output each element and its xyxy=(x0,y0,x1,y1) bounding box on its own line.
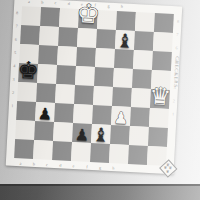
square-b8 xyxy=(40,7,60,27)
rank-label: 8 xyxy=(175,14,181,28)
file-label: h xyxy=(107,166,121,172)
logo-crowns: ♛ ♛ ♛ ♛ xyxy=(158,159,177,178)
file-label: e xyxy=(67,164,81,170)
file-label: a xyxy=(14,161,28,167)
square-e5 xyxy=(94,67,114,87)
square-c5 xyxy=(56,65,76,85)
file-label: g xyxy=(102,3,116,9)
file-label: g xyxy=(93,165,107,171)
square-c2 xyxy=(53,122,73,142)
square-g3 xyxy=(130,107,150,127)
square-e6 xyxy=(95,48,115,68)
rank-label: 7 xyxy=(14,19,20,33)
square-h4 xyxy=(150,89,170,109)
brand-text: CHECKERS xyxy=(173,56,179,88)
rank-label: 6 xyxy=(174,41,180,55)
board-grid xyxy=(14,6,174,166)
file-label: c xyxy=(49,1,63,7)
file-label: f xyxy=(80,164,94,170)
square-f2 xyxy=(110,125,130,145)
square-g7 xyxy=(134,31,154,51)
square-c3 xyxy=(54,103,74,123)
rank-label: 2 xyxy=(171,94,177,108)
vinyl-mat: abcdefgh abcdefgh 87654321 87654321 CHEC… xyxy=(6,0,183,174)
file-label: h xyxy=(115,4,129,10)
rank-label: 1 xyxy=(170,107,176,121)
square-d3 xyxy=(73,104,93,124)
square-h8 xyxy=(154,13,174,33)
file-label: d xyxy=(62,1,76,7)
square-b5 xyxy=(37,64,57,84)
square-b1 xyxy=(33,140,53,160)
square-g5 xyxy=(132,69,152,89)
square-h2 xyxy=(148,127,168,147)
square-b4 xyxy=(36,83,56,103)
square-c8 xyxy=(59,8,79,28)
square-h7 xyxy=(153,32,173,52)
square-g8 xyxy=(135,12,155,32)
square-g2 xyxy=(129,126,149,146)
square-g6 xyxy=(133,50,153,70)
square-a5 xyxy=(18,63,38,83)
square-c4 xyxy=(55,84,75,104)
square-e7 xyxy=(96,29,116,49)
table-edge xyxy=(0,184,200,200)
file-label: b xyxy=(35,0,49,5)
square-a7 xyxy=(20,25,40,45)
square-e2 xyxy=(91,124,111,144)
square-f3 xyxy=(111,106,131,126)
square-d7 xyxy=(77,28,97,48)
square-d4 xyxy=(74,85,94,105)
file-label: d xyxy=(54,163,68,169)
square-d6 xyxy=(76,47,96,67)
file-label: b xyxy=(27,162,41,168)
square-h3 xyxy=(149,108,169,128)
square-f6 xyxy=(114,49,134,69)
square-a4 xyxy=(17,82,37,102)
square-b7 xyxy=(39,26,59,46)
square-d2 xyxy=(72,123,92,143)
square-a1 xyxy=(14,139,34,159)
square-e8 xyxy=(97,10,117,30)
file-label: c xyxy=(40,162,54,168)
square-f1 xyxy=(109,144,129,164)
rank-label: 1 xyxy=(10,99,16,113)
rank-label: 3 xyxy=(11,72,17,86)
rank-label: 5 xyxy=(12,46,18,60)
square-d5 xyxy=(75,66,95,86)
chess-board: abcdefgh abcdefgh 87654321 87654321 CHEC… xyxy=(6,0,183,174)
square-f5 xyxy=(113,68,133,88)
square-g1 xyxy=(128,145,148,165)
square-h5 xyxy=(151,70,171,90)
square-b6 xyxy=(38,45,58,65)
file-label: e xyxy=(75,2,89,8)
square-f4 xyxy=(112,87,132,107)
rank-label: 2 xyxy=(10,85,16,99)
square-f8 xyxy=(116,11,136,31)
square-b3 xyxy=(35,102,55,122)
square-c6 xyxy=(57,46,77,66)
rank-label: 7 xyxy=(175,27,181,41)
brand-logo-icon: ♛ ♛ ♛ ♛ xyxy=(158,159,177,178)
square-c7 xyxy=(58,27,78,47)
square-a3 xyxy=(16,101,36,121)
square-h6 xyxy=(152,51,172,71)
square-d8 xyxy=(78,9,98,29)
photo-scene: abcdefgh abcdefgh 87654321 87654321 CHEC… xyxy=(0,0,200,200)
rank-label: 4 xyxy=(12,59,18,73)
square-e4 xyxy=(93,86,113,106)
rank-label: 6 xyxy=(13,32,19,46)
square-a8 xyxy=(21,6,41,26)
square-g4 xyxy=(131,88,151,108)
square-e1 xyxy=(90,143,110,163)
square-a6 xyxy=(19,44,39,64)
square-a2 xyxy=(15,120,35,140)
square-c1 xyxy=(52,141,72,161)
file-label: a xyxy=(22,0,36,5)
square-d1 xyxy=(71,142,91,162)
file-label: f xyxy=(89,3,103,9)
square-b2 xyxy=(34,121,54,141)
rank-label: 8 xyxy=(14,6,20,20)
square-e3 xyxy=(92,105,112,125)
square-f7 xyxy=(115,30,135,50)
